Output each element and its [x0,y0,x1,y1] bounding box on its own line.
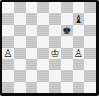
square-h3[interactable] [84,59,96,70]
square-e1[interactable] [49,82,61,93]
square-f2[interactable] [61,70,73,81]
square-d6[interactable] [37,25,49,36]
square-g4[interactable]: ♙ [73,48,85,59]
square-e5[interactable] [49,36,61,47]
square-g5[interactable] [73,36,85,47]
square-g6[interactable] [73,25,85,36]
black-king-piece[interactable]: ♚ [62,25,71,35]
square-f8[interactable] [61,2,73,13]
square-g8[interactable] [73,2,85,13]
square-a2[interactable] [2,70,14,81]
white-pawn-piece[interactable]: ♙ [74,48,83,58]
square-f6[interactable]: ♚ [61,25,73,36]
square-f4[interactable] [61,48,73,59]
square-h5[interactable] [84,36,96,47]
square-c8[interactable] [26,2,38,13]
square-d7[interactable] [37,13,49,24]
chess-diagram: ♝♚♙♔♙ [0,0,99,96]
square-a7[interactable] [2,13,14,24]
square-a8[interactable] [2,2,14,13]
square-c4[interactable] [26,48,38,59]
square-d4[interactable] [37,48,49,59]
square-c1[interactable] [26,82,38,93]
square-b2[interactable] [14,70,26,81]
square-d2[interactable] [37,70,49,81]
square-b6[interactable] [14,25,26,36]
square-c6[interactable] [26,25,38,36]
square-d8[interactable] [37,2,49,13]
square-f5[interactable] [61,36,73,47]
square-c5[interactable] [26,36,38,47]
square-h4[interactable] [84,48,96,59]
square-b1[interactable] [14,82,26,93]
square-h8[interactable] [84,2,96,13]
square-e3[interactable] [49,59,61,70]
square-d1[interactable] [37,82,49,93]
square-f1[interactable] [61,82,73,93]
square-f7[interactable] [61,13,73,24]
square-a4[interactable]: ♙ [2,48,14,59]
square-e7[interactable] [49,13,61,24]
square-a3[interactable] [2,59,14,70]
square-a5[interactable] [2,36,14,47]
square-c7[interactable] [26,13,38,24]
white-king-piece[interactable]: ♔ [50,48,59,58]
square-c3[interactable] [26,59,38,70]
square-g1[interactable] [73,82,85,93]
square-h2[interactable] [84,70,96,81]
square-b8[interactable] [14,2,26,13]
square-e4[interactable]: ♔ [49,48,61,59]
square-b7[interactable] [14,13,26,24]
square-a6[interactable] [2,25,14,36]
square-g3[interactable] [73,59,85,70]
square-d5[interactable] [37,36,49,47]
square-h1[interactable] [84,82,96,93]
square-h7[interactable] [84,13,96,24]
black-bishop-piece[interactable]: ♝ [74,13,83,23]
square-e2[interactable] [49,70,61,81]
square-c2[interactable] [26,70,38,81]
square-d3[interactable] [37,59,49,70]
square-g7[interactable]: ♝ [73,13,85,24]
square-f3[interactable] [61,59,73,70]
square-e8[interactable] [49,2,61,13]
chess-board: ♝♚♙♔♙ [2,2,96,93]
square-e6[interactable] [49,25,61,36]
square-h6[interactable] [84,25,96,36]
square-b3[interactable] [14,59,26,70]
square-g2[interactable] [73,70,85,81]
white-pawn-piece[interactable]: ♙ [3,48,12,58]
square-b5[interactable] [14,36,26,47]
square-a1[interactable] [2,82,14,93]
square-b4[interactable] [14,48,26,59]
